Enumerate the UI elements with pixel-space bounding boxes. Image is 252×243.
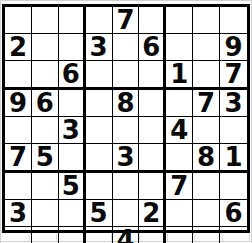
cell-r2c4[interactable]: 3: [86, 34, 113, 61]
cell-r7c3[interactable]: 5: [59, 173, 86, 200]
cell-r2c1[interactable]: 2: [5, 34, 32, 61]
cell-r9c2[interactable]: [32, 227, 59, 243]
cell-r6c8[interactable]: 8: [193, 144, 220, 173]
cell-r5c1[interactable]: [5, 117, 32, 144]
sudoku-board: 723696179687334753815735264: [2, 4, 250, 233]
cell-r4c3[interactable]: [59, 90, 86, 117]
cell-r1c3[interactable]: [59, 7, 86, 34]
cell-r3c1[interactable]: [5, 61, 32, 90]
cell-r7c4[interactable]: [86, 173, 113, 200]
cell-r6c6[interactable]: [139, 144, 166, 173]
cell-r4c7[interactable]: [166, 90, 193, 117]
cell-r2c9[interactable]: 9: [220, 34, 247, 61]
cell-r4c5[interactable]: 8: [113, 90, 140, 117]
cell-r5c8[interactable]: [193, 117, 220, 144]
cell-r8c7[interactable]: [166, 200, 193, 227]
cell-r4c2[interactable]: 6: [32, 90, 59, 117]
cell-r2c7[interactable]: [166, 34, 193, 61]
cell-r7c8[interactable]: [193, 173, 220, 200]
cell-r9c7[interactable]: [166, 227, 193, 243]
cell-r1c8[interactable]: [193, 7, 220, 34]
cell-r9c6[interactable]: [139, 227, 166, 243]
cell-r3c5[interactable]: [113, 61, 140, 90]
cell-r7c6[interactable]: [139, 173, 166, 200]
cell-r3c2[interactable]: [32, 61, 59, 90]
cell-r4c1[interactable]: 9: [5, 90, 32, 117]
cell-r5c5[interactable]: [113, 117, 140, 144]
sheet-gridline-left: [0, 0, 1, 243]
cell-r3c8[interactable]: [193, 61, 220, 90]
cell-r9c3[interactable]: [59, 227, 86, 243]
cell-r8c4[interactable]: 5: [86, 200, 113, 227]
cell-r2c3[interactable]: [59, 34, 86, 61]
cell-r1c4[interactable]: [86, 7, 113, 34]
cell-r2c5[interactable]: [113, 34, 140, 61]
cell-r5c4[interactable]: [86, 117, 113, 144]
cell-r3c4[interactable]: [86, 61, 113, 90]
cell-r9c1[interactable]: [5, 227, 32, 243]
cell-r6c5[interactable]: 3: [113, 144, 140, 173]
cell-r3c9[interactable]: 7: [220, 61, 247, 90]
cell-r3c6[interactable]: [139, 61, 166, 90]
cell-r6c3[interactable]: [59, 144, 86, 173]
cell-r2c8[interactable]: [193, 34, 220, 61]
cell-r3c3[interactable]: 6: [59, 61, 86, 90]
cell-r1c9[interactable]: [220, 7, 247, 34]
cell-r4c4[interactable]: [86, 90, 113, 117]
cell-r5c6[interactable]: [139, 117, 166, 144]
cell-r9c5[interactable]: 4: [113, 227, 140, 243]
cell-r7c7[interactable]: 7: [166, 173, 193, 200]
cell-r1c6[interactable]: [139, 7, 166, 34]
cell-r7c5[interactable]: [113, 173, 140, 200]
cell-r8c5[interactable]: [113, 200, 140, 227]
cell-r6c4[interactable]: [86, 144, 113, 173]
cell-r4c8[interactable]: 7: [193, 90, 220, 117]
sheet-gridline-top: [0, 0, 252, 1]
cell-r6c1[interactable]: 7: [5, 144, 32, 173]
cell-r9c9[interactable]: [220, 227, 247, 243]
cell-r3c7[interactable]: 1: [166, 61, 193, 90]
cell-r6c2[interactable]: 5: [32, 144, 59, 173]
cell-r6c7[interactable]: [166, 144, 193, 173]
cell-r2c6[interactable]: 6: [139, 34, 166, 61]
cell-r5c3[interactable]: 3: [59, 117, 86, 144]
cell-r5c2[interactable]: [32, 117, 59, 144]
cell-r8c8[interactable]: [193, 200, 220, 227]
cell-r9c8[interactable]: [193, 227, 220, 243]
cell-r8c6[interactable]: 2: [139, 200, 166, 227]
cell-r8c9[interactable]: 6: [220, 200, 247, 227]
cell-r2c2[interactable]: [32, 34, 59, 61]
cell-r7c2[interactable]: [32, 173, 59, 200]
cell-r1c5[interactable]: 7: [113, 7, 140, 34]
cell-r1c1[interactable]: [5, 7, 32, 34]
cell-r4c9[interactable]: 3: [220, 90, 247, 117]
spreadsheet-canvas: 723696179687334753815735264: [0, 0, 252, 243]
cell-r7c1[interactable]: [5, 173, 32, 200]
cell-r5c9[interactable]: [220, 117, 247, 144]
cell-r8c3[interactable]: [59, 200, 86, 227]
cell-r8c1[interactable]: 3: [5, 200, 32, 227]
cell-r1c7[interactable]: [166, 7, 193, 34]
cell-r1c2[interactable]: [32, 7, 59, 34]
cell-r6c9[interactable]: 1: [220, 144, 247, 173]
cell-r8c2[interactable]: [32, 200, 59, 227]
cell-r9c4[interactable]: [86, 227, 113, 243]
cell-r5c7[interactable]: 4: [166, 117, 193, 144]
sheet-gridline-right: [251, 0, 252, 243]
cell-r7c9[interactable]: [220, 173, 247, 200]
cell-r4c6[interactable]: [139, 90, 166, 117]
